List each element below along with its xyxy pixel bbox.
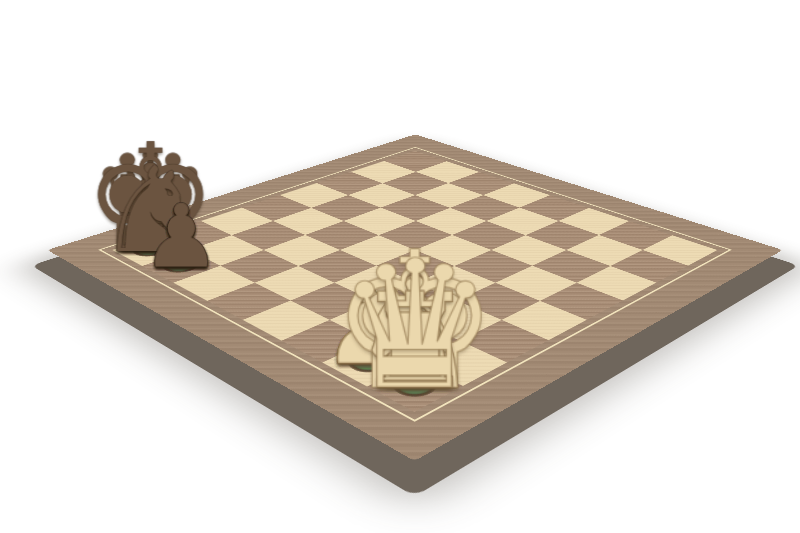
piece-black-pawn-a7[interactable]: ♟ bbox=[68, 193, 295, 266]
chess-board: ♜♞♝♛♚♝♞♜♟♟♟♟♟♟♟♟♟♟♟♟♟♟♟♟♜♞♝♛♚♞♝♜ bbox=[47, 134, 782, 461]
pieces-layer: ♜♞♝♛♚♝♞♜♟♟♟♟♟♟♟♟♟♟♟♟♟♟♟♟♜♞♝♛♚♞♝♜ bbox=[47, 134, 782, 461]
board-top-surface: ♜♞♝♛♚♝♞♜♟♟♟♟♟♟♟♟♟♟♟♟♟♟♟♟♜♞♝♛♚♞♝♜ bbox=[47, 134, 782, 461]
piece-white-queen-a1[interactable]: ♛ bbox=[275, 237, 554, 386]
chess-set-photo: ♜♞♝♛♚♝♞♜♟♟♟♟♟♟♟♟♟♟♟♟♟♟♟♟♜♞♝♛♚♞♝♜ bbox=[0, 0, 800, 533]
scene: ♜♞♝♛♚♝♞♜♟♟♟♟♟♟♟♟♟♟♟♟♟♟♟♟♜♞♝♛♚♞♝♜ bbox=[0, 0, 800, 533]
